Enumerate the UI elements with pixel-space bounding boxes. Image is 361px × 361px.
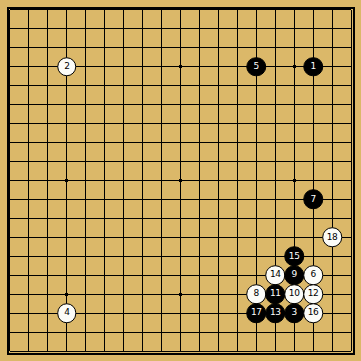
- intersection-C9[interactable]: [38, 190, 57, 209]
- intersection-R14[interactable]: [304, 95, 323, 114]
- intersection-M10[interactable]: [209, 171, 228, 190]
- intersection-M9[interactable]: [209, 190, 228, 209]
- intersection-O4[interactable]: 8: [247, 285, 266, 304]
- intersection-K11[interactable]: [171, 152, 190, 171]
- intersection-J13[interactable]: [152, 114, 171, 133]
- intersection-T17[interactable]: [342, 38, 361, 57]
- intersection-N2[interactable]: [228, 323, 247, 342]
- intersection-A11[interactable]: [1, 152, 20, 171]
- intersection-S19[interactable]: [323, 1, 342, 20]
- intersection-T5[interactable]: [342, 266, 361, 285]
- intersection-N4[interactable]: [228, 285, 247, 304]
- intersection-M6[interactable]: [209, 247, 228, 266]
- intersection-T9[interactable]: [342, 190, 361, 209]
- intersection-G4[interactable]: [114, 285, 133, 304]
- intersection-D6[interactable]: [57, 247, 76, 266]
- intersection-F2[interactable]: [95, 323, 114, 342]
- intersection-T11[interactable]: [342, 152, 361, 171]
- intersection-M8[interactable]: [209, 209, 228, 228]
- intersection-O15[interactable]: [247, 76, 266, 95]
- intersection-R15[interactable]: [304, 76, 323, 95]
- intersection-A19[interactable]: [1, 1, 20, 20]
- intersection-S13[interactable]: [323, 114, 342, 133]
- intersection-P18[interactable]: [266, 19, 285, 38]
- intersection-B19[interactable]: [19, 1, 38, 20]
- intersection-M18[interactable]: [209, 19, 228, 38]
- intersection-F10[interactable]: [95, 171, 114, 190]
- intersection-O9[interactable]: [247, 190, 266, 209]
- intersection-B5[interactable]: [19, 266, 38, 285]
- intersection-R13[interactable]: [304, 114, 323, 133]
- intersection-M5[interactable]: [209, 266, 228, 285]
- intersection-E8[interactable]: [76, 209, 95, 228]
- intersection-L7[interactable]: [190, 228, 209, 247]
- intersection-M19[interactable]: [209, 1, 228, 20]
- intersection-L19[interactable]: [190, 1, 209, 20]
- intersection-K16[interactable]: [171, 57, 190, 76]
- intersection-J3[interactable]: [152, 304, 171, 323]
- intersection-P13[interactable]: [266, 114, 285, 133]
- intersection-P14[interactable]: [266, 95, 285, 114]
- intersection-D19[interactable]: [57, 1, 76, 20]
- intersection-C19[interactable]: [38, 1, 57, 20]
- intersection-T6[interactable]: [342, 247, 361, 266]
- intersection-N5[interactable]: [228, 266, 247, 285]
- intersection-P4[interactable]: 11: [266, 285, 285, 304]
- intersection-S4[interactable]: [323, 285, 342, 304]
- intersection-L6[interactable]: [190, 247, 209, 266]
- intersection-N8[interactable]: [228, 209, 247, 228]
- intersection-C3[interactable]: [38, 304, 57, 323]
- intersection-A12[interactable]: [1, 133, 20, 152]
- intersection-Q9[interactable]: [285, 190, 304, 209]
- intersection-J9[interactable]: [152, 190, 171, 209]
- intersection-R12[interactable]: [304, 133, 323, 152]
- intersection-J14[interactable]: [152, 95, 171, 114]
- intersection-J15[interactable]: [152, 76, 171, 95]
- intersection-R5[interactable]: 6: [304, 266, 323, 285]
- intersection-C8[interactable]: [38, 209, 57, 228]
- intersection-H13[interactable]: [133, 114, 152, 133]
- intersection-N9[interactable]: [228, 190, 247, 209]
- intersection-M12[interactable]: [209, 133, 228, 152]
- intersection-C13[interactable]: [38, 114, 57, 133]
- intersection-K9[interactable]: [171, 190, 190, 209]
- intersection-M4[interactable]: [209, 285, 228, 304]
- intersection-K19[interactable]: [171, 1, 190, 20]
- intersection-Q19[interactable]: [285, 1, 304, 20]
- intersection-F12[interactable]: [95, 133, 114, 152]
- intersection-S3[interactable]: [323, 304, 342, 323]
- intersection-T14[interactable]: [342, 95, 361, 114]
- intersection-K12[interactable]: [171, 133, 190, 152]
- intersection-G3[interactable]: [114, 304, 133, 323]
- intersection-C1[interactable]: [38, 342, 57, 361]
- intersection-P16[interactable]: [266, 57, 285, 76]
- intersection-E18[interactable]: [76, 19, 95, 38]
- intersection-N14[interactable]: [228, 95, 247, 114]
- intersection-C18[interactable]: [38, 19, 57, 38]
- intersection-F3[interactable]: [95, 304, 114, 323]
- intersection-B3[interactable]: [19, 304, 38, 323]
- intersection-K7[interactable]: [171, 228, 190, 247]
- intersection-S12[interactable]: [323, 133, 342, 152]
- intersection-B1[interactable]: [19, 342, 38, 361]
- intersection-Q11[interactable]: [285, 152, 304, 171]
- intersection-C16[interactable]: [38, 57, 57, 76]
- intersection-D1[interactable]: [57, 342, 76, 361]
- intersection-F11[interactable]: [95, 152, 114, 171]
- intersection-A10[interactable]: [1, 171, 20, 190]
- intersection-E2[interactable]: [76, 323, 95, 342]
- intersection-S7[interactable]: 18: [323, 228, 342, 247]
- intersection-E5[interactable]: [76, 266, 95, 285]
- intersection-H2[interactable]: [133, 323, 152, 342]
- intersection-T13[interactable]: [342, 114, 361, 133]
- intersection-H18[interactable]: [133, 19, 152, 38]
- intersection-H1[interactable]: [133, 342, 152, 361]
- intersection-E12[interactable]: [76, 133, 95, 152]
- intersection-Q1[interactable]: [285, 342, 304, 361]
- intersection-P10[interactable]: [266, 171, 285, 190]
- intersection-J19[interactable]: [152, 1, 171, 20]
- intersection-K18[interactable]: [171, 19, 190, 38]
- intersection-Q5[interactable]: 9: [285, 266, 304, 285]
- intersection-S6[interactable]: [323, 247, 342, 266]
- intersection-J11[interactable]: [152, 152, 171, 171]
- intersection-A14[interactable]: [1, 95, 20, 114]
- intersection-J6[interactable]: [152, 247, 171, 266]
- intersection-D8[interactable]: [57, 209, 76, 228]
- intersection-L16[interactable]: [190, 57, 209, 76]
- intersection-M7[interactable]: [209, 228, 228, 247]
- intersection-M16[interactable]: [209, 57, 228, 76]
- intersection-R4[interactable]: 12: [304, 285, 323, 304]
- intersection-M13[interactable]: [209, 114, 228, 133]
- intersection-N13[interactable]: [228, 114, 247, 133]
- intersection-R7[interactable]: [304, 228, 323, 247]
- intersection-T8[interactable]: [342, 209, 361, 228]
- intersection-O6[interactable]: [247, 247, 266, 266]
- intersection-F5[interactable]: [95, 266, 114, 285]
- intersection-A18[interactable]: [1, 19, 20, 38]
- intersection-C4[interactable]: [38, 285, 57, 304]
- intersection-O17[interactable]: [247, 38, 266, 57]
- intersection-S9[interactable]: [323, 190, 342, 209]
- intersection-Q13[interactable]: [285, 114, 304, 133]
- intersection-S18[interactable]: [323, 19, 342, 38]
- intersection-G7[interactable]: [114, 228, 133, 247]
- intersection-N17[interactable]: [228, 38, 247, 57]
- intersection-N3[interactable]: [228, 304, 247, 323]
- intersection-D4[interactable]: [57, 285, 76, 304]
- intersection-Q16[interactable]: [285, 57, 304, 76]
- intersection-F9[interactable]: [95, 190, 114, 209]
- intersection-C7[interactable]: [38, 228, 57, 247]
- intersection-F16[interactable]: [95, 57, 114, 76]
- intersection-Q14[interactable]: [285, 95, 304, 114]
- intersection-T7[interactable]: [342, 228, 361, 247]
- intersection-L4[interactable]: [190, 285, 209, 304]
- intersection-J16[interactable]: [152, 57, 171, 76]
- intersection-A3[interactable]: [1, 304, 20, 323]
- intersection-G10[interactable]: [114, 171, 133, 190]
- intersection-G15[interactable]: [114, 76, 133, 95]
- intersection-R2[interactable]: [304, 323, 323, 342]
- intersection-B2[interactable]: [19, 323, 38, 342]
- intersection-O3[interactable]: 17: [247, 304, 266, 323]
- intersection-D2[interactable]: [57, 323, 76, 342]
- intersection-N15[interactable]: [228, 76, 247, 95]
- intersection-F4[interactable]: [95, 285, 114, 304]
- intersection-H9[interactable]: [133, 190, 152, 209]
- intersection-H11[interactable]: [133, 152, 152, 171]
- intersection-L2[interactable]: [190, 323, 209, 342]
- intersection-B17[interactable]: [19, 38, 38, 57]
- intersection-L14[interactable]: [190, 95, 209, 114]
- intersection-R16[interactable]: 1: [304, 57, 323, 76]
- intersection-S2[interactable]: [323, 323, 342, 342]
- intersection-J10[interactable]: [152, 171, 171, 190]
- intersection-D14[interactable]: [57, 95, 76, 114]
- intersection-F6[interactable]: [95, 247, 114, 266]
- intersection-H17[interactable]: [133, 38, 152, 57]
- intersection-A1[interactable]: [1, 342, 20, 361]
- intersection-O16[interactable]: 5: [247, 57, 266, 76]
- intersection-F15[interactable]: [95, 76, 114, 95]
- intersection-N12[interactable]: [228, 133, 247, 152]
- intersection-K13[interactable]: [171, 114, 190, 133]
- intersection-M1[interactable]: [209, 342, 228, 361]
- intersection-T10[interactable]: [342, 171, 361, 190]
- intersection-T4[interactable]: [342, 285, 361, 304]
- intersection-D11[interactable]: [57, 152, 76, 171]
- intersection-P19[interactable]: [266, 1, 285, 20]
- intersection-E10[interactable]: [76, 171, 95, 190]
- intersection-F18[interactable]: [95, 19, 114, 38]
- intersection-M15[interactable]: [209, 76, 228, 95]
- intersection-C12[interactable]: [38, 133, 57, 152]
- intersection-P3[interactable]: 13: [266, 304, 285, 323]
- intersection-O11[interactable]: [247, 152, 266, 171]
- intersection-D10[interactable]: [57, 171, 76, 190]
- intersection-K17[interactable]: [171, 38, 190, 57]
- intersection-T16[interactable]: [342, 57, 361, 76]
- intersection-Q4[interactable]: 10: [285, 285, 304, 304]
- intersection-L11[interactable]: [190, 152, 209, 171]
- intersection-O13[interactable]: [247, 114, 266, 133]
- intersection-P1[interactable]: [266, 342, 285, 361]
- intersection-G5[interactable]: [114, 266, 133, 285]
- intersection-B12[interactable]: [19, 133, 38, 152]
- intersection-S1[interactable]: [323, 342, 342, 361]
- intersection-K4[interactable]: [171, 285, 190, 304]
- intersection-T2[interactable]: [342, 323, 361, 342]
- intersection-K6[interactable]: [171, 247, 190, 266]
- intersection-F19[interactable]: [95, 1, 114, 20]
- intersection-Q2[interactable]: [285, 323, 304, 342]
- intersection-L5[interactable]: [190, 266, 209, 285]
- intersection-G18[interactable]: [114, 19, 133, 38]
- intersection-D5[interactable]: [57, 266, 76, 285]
- intersection-R8[interactable]: [304, 209, 323, 228]
- intersection-G6[interactable]: [114, 247, 133, 266]
- intersection-K10[interactable]: [171, 171, 190, 190]
- intersection-G2[interactable]: [114, 323, 133, 342]
- intersection-T18[interactable]: [342, 19, 361, 38]
- intersection-P12[interactable]: [266, 133, 285, 152]
- intersection-J18[interactable]: [152, 19, 171, 38]
- intersection-B14[interactable]: [19, 95, 38, 114]
- intersection-H8[interactable]: [133, 209, 152, 228]
- intersection-L8[interactable]: [190, 209, 209, 228]
- intersection-P6[interactable]: [266, 247, 285, 266]
- intersection-F8[interactable]: [95, 209, 114, 228]
- intersection-P11[interactable]: [266, 152, 285, 171]
- intersection-T1[interactable]: [342, 342, 361, 361]
- intersection-C6[interactable]: [38, 247, 57, 266]
- intersection-B11[interactable]: [19, 152, 38, 171]
- intersection-Q18[interactable]: [285, 19, 304, 38]
- intersection-H3[interactable]: [133, 304, 152, 323]
- intersection-E6[interactable]: [76, 247, 95, 266]
- intersection-P7[interactable]: [266, 228, 285, 247]
- intersection-R3[interactable]: 16: [304, 304, 323, 323]
- intersection-R11[interactable]: [304, 152, 323, 171]
- intersection-M17[interactable]: [209, 38, 228, 57]
- intersection-A6[interactable]: [1, 247, 20, 266]
- intersection-K14[interactable]: [171, 95, 190, 114]
- intersection-O12[interactable]: [247, 133, 266, 152]
- intersection-B4[interactable]: [19, 285, 38, 304]
- intersection-F14[interactable]: [95, 95, 114, 114]
- intersection-A17[interactable]: [1, 38, 20, 57]
- intersection-R17[interactable]: [304, 38, 323, 57]
- intersection-R18[interactable]: [304, 19, 323, 38]
- intersection-C11[interactable]: [38, 152, 57, 171]
- intersection-H12[interactable]: [133, 133, 152, 152]
- intersection-L13[interactable]: [190, 114, 209, 133]
- intersection-Q6[interactable]: 15: [285, 247, 304, 266]
- intersection-G13[interactable]: [114, 114, 133, 133]
- intersection-F13[interactable]: [95, 114, 114, 133]
- intersection-B7[interactable]: [19, 228, 38, 247]
- intersection-A13[interactable]: [1, 114, 20, 133]
- intersection-E16[interactable]: [76, 57, 95, 76]
- intersection-F1[interactable]: [95, 342, 114, 361]
- intersection-L18[interactable]: [190, 19, 209, 38]
- intersection-D13[interactable]: [57, 114, 76, 133]
- intersection-S10[interactable]: [323, 171, 342, 190]
- intersection-O19[interactable]: [247, 1, 266, 20]
- intersection-L17[interactable]: [190, 38, 209, 57]
- intersection-K5[interactable]: [171, 266, 190, 285]
- intersection-A5[interactable]: [1, 266, 20, 285]
- intersection-K15[interactable]: [171, 76, 190, 95]
- intersection-H7[interactable]: [133, 228, 152, 247]
- intersection-Q10[interactable]: [285, 171, 304, 190]
- intersection-T15[interactable]: [342, 76, 361, 95]
- intersection-D7[interactable]: [57, 228, 76, 247]
- intersection-H10[interactable]: [133, 171, 152, 190]
- intersection-R19[interactable]: [304, 1, 323, 20]
- intersection-O7[interactable]: [247, 228, 266, 247]
- intersection-Q8[interactable]: [285, 209, 304, 228]
- intersection-L9[interactable]: [190, 190, 209, 209]
- intersection-S14[interactable]: [323, 95, 342, 114]
- intersection-S15[interactable]: [323, 76, 342, 95]
- intersection-G9[interactable]: [114, 190, 133, 209]
- intersection-Q3[interactable]: 3: [285, 304, 304, 323]
- intersection-G1[interactable]: [114, 342, 133, 361]
- intersection-L10[interactable]: [190, 171, 209, 190]
- intersection-T19[interactable]: [342, 1, 361, 20]
- intersection-G8[interactable]: [114, 209, 133, 228]
- intersection-E3[interactable]: [76, 304, 95, 323]
- intersection-A8[interactable]: [1, 209, 20, 228]
- intersection-O1[interactable]: [247, 342, 266, 361]
- intersection-C5[interactable]: [38, 266, 57, 285]
- intersection-N18[interactable]: [228, 19, 247, 38]
- intersection-H16[interactable]: [133, 57, 152, 76]
- intersection-C14[interactable]: [38, 95, 57, 114]
- intersection-F17[interactable]: [95, 38, 114, 57]
- intersection-L15[interactable]: [190, 76, 209, 95]
- intersection-G12[interactable]: [114, 133, 133, 152]
- intersection-G11[interactable]: [114, 152, 133, 171]
- intersection-P17[interactable]: [266, 38, 285, 57]
- intersection-S11[interactable]: [323, 152, 342, 171]
- intersection-J8[interactable]: [152, 209, 171, 228]
- intersection-E7[interactable]: [76, 228, 95, 247]
- intersection-N19[interactable]: [228, 1, 247, 20]
- intersection-K8[interactable]: [171, 209, 190, 228]
- intersection-P8[interactable]: [266, 209, 285, 228]
- intersection-J12[interactable]: [152, 133, 171, 152]
- intersection-L1[interactable]: [190, 342, 209, 361]
- intersection-E14[interactable]: [76, 95, 95, 114]
- intersection-B16[interactable]: [19, 57, 38, 76]
- intersection-Q7[interactable]: [285, 228, 304, 247]
- intersection-H15[interactable]: [133, 76, 152, 95]
- intersection-J7[interactable]: [152, 228, 171, 247]
- intersection-M3[interactable]: [209, 304, 228, 323]
- intersection-E11[interactable]: [76, 152, 95, 171]
- intersection-J4[interactable]: [152, 285, 171, 304]
- intersection-E9[interactable]: [76, 190, 95, 209]
- intersection-C2[interactable]: [38, 323, 57, 342]
- intersection-O2[interactable]: [247, 323, 266, 342]
- intersection-T12[interactable]: [342, 133, 361, 152]
- intersection-C15[interactable]: [38, 76, 57, 95]
- intersection-N11[interactable]: [228, 152, 247, 171]
- intersection-O14[interactable]: [247, 95, 266, 114]
- intersection-E1[interactable]: [76, 342, 95, 361]
- intersection-A4[interactable]: [1, 285, 20, 304]
- intersection-B8[interactable]: [19, 209, 38, 228]
- intersection-A7[interactable]: [1, 228, 20, 247]
- intersection-B10[interactable]: [19, 171, 38, 190]
- intersection-S16[interactable]: [323, 57, 342, 76]
- intersection-Q12[interactable]: [285, 133, 304, 152]
- intersection-P5[interactable]: 14: [266, 266, 285, 285]
- intersection-R9[interactable]: 7: [304, 190, 323, 209]
- intersection-K1[interactable]: [171, 342, 190, 361]
- intersection-O8[interactable]: [247, 209, 266, 228]
- intersection-A15[interactable]: [1, 76, 20, 95]
- intersection-B15[interactable]: [19, 76, 38, 95]
- intersection-G17[interactable]: [114, 38, 133, 57]
